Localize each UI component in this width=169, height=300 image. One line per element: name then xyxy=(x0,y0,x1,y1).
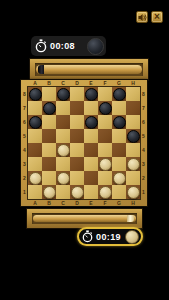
white-turn-piece xyxy=(125,230,139,244)
rank-label-right-3: 3 xyxy=(141,157,146,171)
square-a8[interactable] xyxy=(28,87,42,101)
black-timer-value: 00:08 xyxy=(50,41,75,51)
square-f7[interactable] xyxy=(98,101,112,115)
file-label-top-b: B xyxy=(42,80,56,86)
white-piece-c2[interactable] xyxy=(57,172,70,185)
square-g7[interactable] xyxy=(112,101,126,115)
tray-roller xyxy=(33,215,136,222)
file-label-top-e: E xyxy=(84,80,98,86)
square-h7[interactable] xyxy=(126,101,140,115)
rank-label-left-6: 6 xyxy=(22,115,27,129)
square-g3[interactable] xyxy=(112,157,126,171)
square-c6[interactable] xyxy=(56,115,70,129)
rank-label-right-5: 5 xyxy=(141,129,146,143)
black-piece-a6[interactable] xyxy=(29,116,42,129)
close-button[interactable]: × xyxy=(151,11,163,23)
square-d4[interactable] xyxy=(70,143,84,157)
close-icon: × xyxy=(154,12,160,22)
square-g8[interactable] xyxy=(112,87,126,101)
file-label-bottom-e: E xyxy=(84,200,98,206)
white-piece-a2[interactable] xyxy=(29,172,42,185)
black-piece-g8[interactable] xyxy=(113,88,126,101)
square-e8[interactable] xyxy=(84,87,98,101)
file-label-bottom-b: B xyxy=(42,200,56,206)
square-a7[interactable] xyxy=(28,101,42,115)
white-piece-b1[interactable] xyxy=(43,186,56,199)
captured-black-piece xyxy=(38,65,44,74)
board-grid xyxy=(28,87,140,199)
black-capture-tray xyxy=(29,58,149,81)
square-a5[interactable] xyxy=(28,129,42,143)
square-b8[interactable] xyxy=(42,87,56,101)
square-c3[interactable] xyxy=(56,157,70,171)
file-label-top-h: H xyxy=(126,80,140,86)
black-piece-h5[interactable] xyxy=(127,130,140,143)
black-piece-f7[interactable] xyxy=(99,102,112,115)
tray-roller xyxy=(36,65,142,74)
white-piece-h3[interactable] xyxy=(127,158,140,171)
black-piece-b7[interactable] xyxy=(43,102,56,115)
checkers-board: AABBCCDDEEFFGGHH8877665544332211 xyxy=(20,79,148,207)
rank-label-left-5: 5 xyxy=(22,129,27,143)
file-label-bottom-f: F xyxy=(98,200,112,206)
square-h4[interactable] xyxy=(126,143,140,157)
black-piece-e6[interactable] xyxy=(85,116,98,129)
square-d5[interactable] xyxy=(70,129,84,143)
rank-label-right-1: 1 xyxy=(141,185,146,199)
speaker-icon xyxy=(138,13,147,22)
square-f3[interactable] xyxy=(98,157,112,171)
square-h3[interactable] xyxy=(126,157,140,171)
square-b3[interactable] xyxy=(42,157,56,171)
rank-label-left-2: 2 xyxy=(22,171,27,185)
tray-groove xyxy=(35,63,143,76)
rank-label-left-7: 7 xyxy=(22,101,27,115)
black-piece-g6[interactable] xyxy=(113,116,126,129)
file-label-bottom-c: C xyxy=(56,200,70,206)
square-a4[interactable] xyxy=(28,143,42,157)
square-f6[interactable] xyxy=(98,115,112,129)
square-a3[interactable] xyxy=(28,157,42,171)
square-h1[interactable] xyxy=(126,185,140,199)
square-h6[interactable] xyxy=(126,115,140,129)
white-timer-value: 00:19 xyxy=(96,232,121,242)
rank-label-left-3: 3 xyxy=(22,157,27,171)
black-piece-e8[interactable] xyxy=(85,88,98,101)
white-piece-g2[interactable] xyxy=(113,172,126,185)
square-b6[interactable] xyxy=(42,115,56,129)
black-piece-c8[interactable] xyxy=(57,88,70,101)
square-g4[interactable] xyxy=(112,143,126,157)
file-label-top-c: C xyxy=(56,80,70,86)
square-c4[interactable] xyxy=(56,143,70,157)
rank-label-left-4: 4 xyxy=(22,143,27,157)
square-a1[interactable] xyxy=(28,185,42,199)
square-b2[interactable] xyxy=(42,171,56,185)
rank-label-right-7: 7 xyxy=(141,101,146,115)
file-label-top-f: F xyxy=(98,80,112,86)
square-f8[interactable] xyxy=(98,87,112,101)
file-label-bottom-g: G xyxy=(112,200,126,206)
square-e3[interactable] xyxy=(84,157,98,171)
file-label-top-d: D xyxy=(70,80,84,86)
square-h2[interactable] xyxy=(126,171,140,185)
file-label-bottom-d: D xyxy=(70,200,84,206)
square-b5[interactable] xyxy=(42,129,56,143)
square-c1[interactable] xyxy=(56,185,70,199)
square-e5[interactable] xyxy=(84,129,98,143)
rank-label-right-2: 2 xyxy=(141,171,146,185)
captured-white-piece xyxy=(127,215,134,222)
square-a6[interactable] xyxy=(28,115,42,129)
stopwatch-icon xyxy=(82,230,93,243)
square-f5[interactable] xyxy=(98,129,112,143)
file-label-bottom-a: A xyxy=(28,200,42,206)
square-c7[interactable] xyxy=(56,101,70,115)
square-d2[interactable] xyxy=(70,171,84,185)
game-window: × 00:08 AABBCCDDEEFFGGHH8877665544332211 xyxy=(0,0,169,300)
square-d7[interactable] xyxy=(70,101,84,115)
square-d8[interactable] xyxy=(70,87,84,101)
square-g1[interactable] xyxy=(112,185,126,199)
square-d3[interactable] xyxy=(70,157,84,171)
square-h8[interactable] xyxy=(126,87,140,101)
white-piece-d1[interactable] xyxy=(71,186,84,199)
black-piece-a8[interactable] xyxy=(29,88,42,101)
white-piece-f1[interactable] xyxy=(99,186,112,199)
square-e4[interactable] xyxy=(84,143,98,157)
square-d6[interactable] xyxy=(70,115,84,129)
square-f4[interactable] xyxy=(98,143,112,157)
square-e2[interactable] xyxy=(84,171,98,185)
square-c8[interactable] xyxy=(56,87,70,101)
square-g6[interactable] xyxy=(112,115,126,129)
white-capture-tray xyxy=(26,208,143,229)
square-e7[interactable] xyxy=(84,101,98,115)
square-b1[interactable] xyxy=(42,185,56,199)
square-g5[interactable] xyxy=(112,129,126,143)
rank-label-right-6: 6 xyxy=(141,115,146,129)
sound-button[interactable] xyxy=(136,11,148,23)
rank-label-right-8: 8 xyxy=(141,87,146,101)
square-d1[interactable] xyxy=(70,185,84,199)
white-piece-f3[interactable] xyxy=(99,158,112,171)
square-h5[interactable] xyxy=(126,129,140,143)
square-e6[interactable] xyxy=(84,115,98,129)
stopwatch-icon xyxy=(35,39,47,53)
square-f1[interactable] xyxy=(98,185,112,199)
black-turn-piece xyxy=(87,38,104,55)
tray-groove xyxy=(32,213,137,224)
black-player-timer: 00:08 xyxy=(31,36,106,56)
square-e1[interactable] xyxy=(84,185,98,199)
rank-label-left-8: 8 xyxy=(22,87,27,101)
white-piece-h1[interactable] xyxy=(127,186,140,199)
square-b4[interactable] xyxy=(42,143,56,157)
rank-label-left-1: 1 xyxy=(22,185,27,199)
square-c2[interactable] xyxy=(56,171,70,185)
file-label-top-g: G xyxy=(112,80,126,86)
file-label-bottom-h: H xyxy=(126,200,140,206)
square-g2[interactable] xyxy=(112,171,126,185)
file-label-top-a: A xyxy=(28,80,42,86)
white-piece-c4[interactable] xyxy=(57,144,70,157)
white-player-timer-active: 00:19 xyxy=(77,227,143,246)
square-f2[interactable] xyxy=(98,171,112,185)
rank-label-right-4: 4 xyxy=(141,143,146,157)
square-a2[interactable] xyxy=(28,171,42,185)
square-c5[interactable] xyxy=(56,129,70,143)
square-b7[interactable] xyxy=(42,101,56,115)
